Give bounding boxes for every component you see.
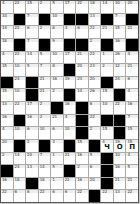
cell-number: 22 [65,178,70,182]
cell-number: 16 [65,102,70,106]
cell-r7c2[interactable]: 24 [14,77,26,89]
cell-number: 17 [65,1,70,5]
cell-number: 15 [2,89,7,93]
cell-r14c7[interactable]: 2 [76,165,88,177]
cell-r5c5[interactable]: 10 [51,52,63,64]
solved-letter: П [126,143,138,152]
cell-r11c8[interactable]: 2 [89,127,101,139]
cell-number: 10 [115,1,120,5]
cell-r3c1[interactable]: 14 [1,26,13,38]
cell-number: 6 [15,190,17,194]
cell-r6c11[interactable]: 21 [126,64,138,76]
cell-r1c5[interactable]: 5 [51,1,63,13]
solved-letter: О [114,143,126,152]
cell-r3c3[interactable]: 6 [26,26,38,38]
cell-r6c10[interactable]: 12 [114,64,126,76]
cell-r8c9[interactable]: 15 [101,89,113,101]
cell-r6c3[interactable]: 5 [26,64,38,76]
cell-number: 16 [115,39,120,43]
cell-r7c3 [26,77,38,89]
cell-r16c2[interactable]: 6 [14,190,26,202]
cell-number: 4 [2,1,4,5]
cell-r2c1[interactable]: 33 [1,14,13,26]
cell-number: 10 [15,89,20,93]
cell-r6c4[interactable]: 7 [39,64,51,76]
cell-r16c7[interactable]: 22 [76,190,88,202]
cell-r3c8[interactable]: 22 [89,26,101,38]
cell-r2c8[interactable]: 13 [89,14,101,26]
cell-number: 20 [127,1,132,5]
cell-r4c9 [101,39,113,51]
cell-r14c8[interactable]: 6 [89,165,101,177]
cell-number: 21 [127,178,132,182]
cell-number: 2 [40,102,42,106]
cell-number: 7 [27,39,29,43]
cell-number: 6 [27,26,29,30]
cell-number: 2 [77,165,79,169]
cell-r6c6 [64,64,76,76]
cell-number: 10 [40,127,45,131]
cell-number: 10 [52,14,57,18]
cell-r9c1[interactable]: 13 [1,102,13,114]
cell-number: 4 [65,115,67,119]
cell-r7c8[interactable]: 20 [89,77,101,89]
cell-number: 21 [77,52,82,56]
cell-r11c4[interactable]: 10 [39,127,51,139]
cell-r1c4[interactable]: 2 [39,1,51,13]
cell-r2c9 [101,14,113,26]
cell-r14c11[interactable]: 5 [126,165,138,177]
cell-number: 7 [27,14,29,18]
cell-number: 6 [77,26,79,30]
cell-r4c4 [39,39,51,51]
cell-r10c2 [14,115,26,127]
cell-number: 18 [40,178,45,182]
cell-r15c7[interactable]: 16 [76,178,88,190]
cell-number: 2 [102,64,104,68]
cell-number: 5 [40,52,42,56]
cell-r4c7 [76,39,88,51]
cell-r16c5[interactable]: 6 [51,190,63,202]
cell-r12c2 [14,140,26,152]
cell-r10c10 [114,115,126,127]
cell-r14c3[interactable]: 13 [26,165,38,177]
codeword-grid: 4221525172218141020337101371422626362221… [0,0,139,203]
cell-number: 2 [40,115,42,119]
cell-number: 15 [127,127,132,131]
cell-r2c2 [14,14,26,26]
cell-number: 19 [65,77,70,81]
cell-r15c4[interactable]: 18 [39,178,51,190]
cell-r7c6[interactable]: 19 [64,77,76,89]
cell-r3c6[interactable]: 3 [64,26,76,38]
cell-r13c7[interactable]: 16 [76,153,88,165]
cell-number: 3 [52,140,54,144]
cell-r16c6[interactable]: 6 [64,190,76,202]
cell-r5c9[interactable]: 1 [101,52,113,64]
cell-r4c10[interactable]: 16 [114,39,126,51]
cell-number: 6 [65,190,67,194]
cell-r5c8[interactable]: 22 [89,52,101,64]
cell-r9c10[interactable]: 22 [114,102,126,114]
cell-r15c11[interactable]: 21 [126,178,138,190]
cell-number: 6 [27,127,29,131]
cell-r11c3[interactable]: 6 [26,127,38,139]
cell-r4c1[interactable]: 18 [1,39,13,51]
cell-number: 2 [2,153,4,157]
cell-number: 3 [65,26,67,30]
cell-r10c3[interactable]: 16 [26,115,38,127]
cell-r16c3[interactable]: 6 [26,190,38,202]
cell-r13c1[interactable]: 2 [1,153,13,165]
cell-number: 16 [115,165,120,169]
cell-number: 22 [90,26,95,30]
cell-number: 21 [102,26,107,30]
cell-number: 13 [27,165,32,169]
cell-r13c2[interactable]: 14 [14,153,26,165]
cell-r3c2[interactable]: 22 [14,26,26,38]
cell-r4c2 [14,39,26,51]
cell-r12c5[interactable]: 3 [51,140,63,152]
solved-letter: Ч [101,143,113,152]
cell-number: 10 [115,153,120,157]
cell-number: 5 [90,153,92,157]
cell-r6c2[interactable]: 10 [14,64,26,76]
cell-r1c6[interactable]: 17 [64,1,76,13]
cell-number: 1 [52,178,54,182]
cell-number: 14 [77,89,82,93]
cell-r15c10[interactable]: 21 [114,178,126,190]
cell-r2c10[interactable]: 7 [114,14,126,26]
cell-r10c6[interactable]: 4 [64,115,76,127]
cell-number: 20 [77,64,82,68]
cell-number: 22 [90,115,95,119]
cell-number: 22 [15,26,20,30]
cell-r5c7[interactable]: 21 [76,52,88,64]
cell-number: 4 [2,127,4,131]
cell-r8c7[interactable]: 14 [76,89,88,101]
cell-number: 4 [127,153,129,157]
cell-number: 21 [40,89,45,93]
cell-r2c3[interactable]: 7 [26,14,38,26]
cell-r5c11[interactable]: 4 [126,52,138,64]
cell-number: 20 [2,140,7,144]
cell-r14c6 [64,165,76,177]
cell-r13c6[interactable]: 21 [64,153,76,165]
cell-number: 14 [102,1,107,5]
cell-r8c2[interactable]: 10 [14,89,26,101]
cell-number: 21 [127,26,132,30]
cell-r3c4[interactable]: 2 [39,26,51,38]
cell-r10c8[interactable]: 22 [89,115,101,127]
cell-r11c9[interactable]: 15 [101,127,113,139]
cell-r7c5[interactable]: 16 [51,77,63,89]
cell-number: 6 [52,26,54,30]
cell-number: 6 [90,165,92,169]
cell-r1c11[interactable]: 20 [126,1,138,13]
cell-number: 5 [52,1,54,5]
cell-r3c9[interactable]: 21 [101,26,113,38]
cell-r16c1[interactable]: 22 [1,190,13,202]
cell-r11c6[interactable]: 10 [64,127,76,139]
cell-number: 20 [90,178,95,182]
cell-r12c9[interactable]: 4Ч [101,140,113,152]
cell-r11c2[interactable]: 10 [14,127,26,139]
cell-number: 24 [115,77,120,81]
cell-number: 2 [40,26,42,30]
cell-number: 1 [102,52,104,56]
cell-number: 22 [15,102,20,106]
cell-number: 6 [52,127,54,131]
cell-number: 22 [40,190,45,194]
cell-r5c2[interactable]: 22 [14,52,26,64]
cell-number: 10 [15,127,20,131]
cell-number: 22 [90,52,95,56]
cell-number: 2 [90,39,92,43]
cell-number: 2 [40,1,42,5]
cell-r8c6 [64,89,76,101]
cell-r5c10[interactable]: 26 [114,52,126,64]
cell-r11c7 [76,127,88,139]
cell-number: 4 [127,52,129,56]
cell-number: 13 [90,14,95,18]
cell-number: 23 [77,77,82,81]
cell-r11c5[interactable]: 6 [51,127,63,139]
cell-r1c10[interactable]: 10 [114,1,126,13]
cell-r8c1[interactable]: 15 [1,89,13,101]
cell-number: 22 [102,190,107,194]
cell-r7c1 [1,77,13,89]
cell-r2c6 [64,14,76,26]
cell-r1c8[interactable]: 18 [89,1,101,13]
cell-r9c9[interactable]: 10 [101,102,113,114]
cell-r9c11[interactable]: 16 [126,102,138,114]
cell-number: 20 [27,153,32,157]
cell-r5c6[interactable]: 17 [64,52,76,64]
cell-r4c6 [64,39,76,51]
cell-r1c2[interactable]: 22 [14,1,26,13]
cell-r6c1[interactable]: 15 [1,64,13,76]
cell-r5c3[interactable]: 14 [26,52,38,64]
cell-number: 2 [52,89,54,93]
cell-r6c8[interactable]: 23 [89,64,101,76]
cell-r12c11[interactable]: 15П [126,140,138,152]
cell-number: 21 [115,178,120,182]
cell-number: 6 [52,190,54,194]
cell-r16c10[interactable]: 13 [114,190,126,202]
cell-number: 14 [2,26,7,30]
cell-r10c4[interactable]: 2 [39,115,51,127]
cell-number: 22 [2,190,7,194]
cell-r16c8 [89,190,101,202]
cell-r11c10 [114,127,126,139]
cell-r14c5[interactable]: 5 [51,165,63,177]
cell-r12c1[interactable]: 20 [1,140,13,152]
cell-r13c9 [101,153,113,165]
cell-number: 15 [102,127,107,131]
cell-number: 2 [90,127,92,131]
cell-number: 21 [40,77,45,81]
cell-number: 15 [102,89,107,93]
cell-r9c8[interactable]: 6 [89,102,101,114]
cell-r12c10[interactable]: 19О [114,140,126,152]
cell-r11c1[interactable]: 4 [1,127,13,139]
cell-number: 10 [15,64,20,68]
cell-number: 7 [40,153,42,157]
cell-number: 6 [90,102,92,106]
cell-r12c3[interactable]: 2 [26,140,38,152]
cell-number: 10 [52,52,57,56]
cell-r7c7[interactable]: 23 [76,77,88,89]
cell-r5c4[interactable]: 5 [39,52,51,64]
cell-r15c8[interactable]: 20 [89,178,101,190]
cell-number: 26 [90,89,95,93]
cell-r6c9[interactable]: 2 [101,64,113,76]
cell-number: 16 [2,178,7,182]
cell-r6c7[interactable]: 20 [76,64,88,76]
cell-r14c9 [101,165,113,177]
cell-r9c6[interactable]: 16 [64,102,76,114]
cell-number: 24 [15,77,20,81]
cell-r14c4[interactable]: 14 [39,165,51,177]
cell-r10c1[interactable]: 16 [1,115,13,127]
cell-number: 16 [127,102,132,106]
cell-number: 15 [2,64,7,68]
cell-r12c4 [39,140,51,152]
cell-r14c2[interactable]: 24 [14,165,26,177]
cell-r3c11[interactable]: 21 [126,26,138,38]
cell-r5c1[interactable]: 4 [1,52,13,64]
cell-r4c8[interactable]: 2 [89,39,101,51]
cell-r9c3[interactable]: 17 [26,102,38,114]
cell-number: 12 [115,64,120,68]
cell-r15c3 [26,178,38,190]
cell-r16c9[interactable]: 22 [101,190,113,202]
cell-number: 21 [127,64,132,68]
cell-r9c2[interactable]: 22 [14,102,26,114]
cell-number: 22 [15,1,20,5]
cell-r10c5[interactable]: 21 [51,115,63,127]
cell-r11c11[interactable]: 15 [126,127,138,139]
cell-r9c7 [76,102,88,114]
cell-r4c11 [126,39,138,51]
cell-number: 18 [2,39,7,43]
cell-number: 13 [115,190,120,194]
cell-number: 13 [2,102,7,106]
cell-r15c5[interactable]: 1 [51,178,63,190]
cell-r3c5[interactable]: 6 [51,26,63,38]
cell-r8c3 [26,89,38,101]
cell-r13c3[interactable]: 20 [26,153,38,165]
cell-r14c10[interactable]: 16 [114,165,126,177]
cell-r7c4[interactable]: 21 [39,77,51,89]
cell-r13c10[interactable]: 10 [114,153,126,165]
cell-number: 14 [27,52,32,56]
cell-r1c3[interactable]: 15 [26,1,38,13]
cell-number: 6 [27,190,29,194]
cell-number: 16 [2,115,7,119]
cell-r3c7[interactable]: 6 [76,26,88,38]
cell-r15c9 [101,178,113,190]
cell-r4c3[interactable]: 7 [26,39,38,51]
cell-number: 20 [90,77,95,81]
cell-r9c4[interactable]: 2 [39,102,51,114]
cell-number: 14 [40,165,45,169]
cell-r10c9 [101,115,113,127]
cell-number: 18 [15,178,20,182]
cell-number: 16 [52,77,57,81]
cell-number: 22 [77,190,82,194]
cell-r12c6 [64,140,76,152]
cell-r9c5 [51,102,63,114]
cell-number: 9 [52,39,54,43]
cell-r14c1 [1,165,13,177]
cell-r13c11[interactable]: 4 [126,153,138,165]
cell-r15c2[interactable]: 18 [14,178,26,190]
cell-number: 8 [52,64,54,68]
cell-r15c6[interactable]: 22 [64,178,76,190]
cell-r8c11[interactable]: 4 [126,89,138,101]
cell-number: 16 [77,153,82,157]
cell-number: 22 [115,102,120,106]
codeword-puzzle: 4221525172218141020337101371422626362221… [0,0,140,204]
cell-r10c11[interactable]: 7 [126,115,138,127]
cell-number: 15 [27,1,32,5]
cell-r7c10[interactable]: 24 [114,77,126,89]
cell-number: 5 [27,64,29,68]
cell-r8c10 [114,89,126,101]
cell-number: 18 [90,1,95,5]
cell-number: 16 [27,115,32,119]
cell-number: 15 [77,140,82,144]
cell-r2c4 [39,14,51,26]
cell-number: 15 [115,26,120,30]
cell-r8c5[interactable]: 2 [51,89,63,101]
cell-r4c5[interactable]: 9 [51,39,63,51]
cell-r7c9 [101,77,113,89]
cell-number: 17 [65,52,70,56]
cell-r2c7 [76,14,88,26]
cell-number: 22 [77,1,82,5]
cell-number: 16 [77,178,82,182]
cell-r13c4[interactable]: 7 [39,153,51,165]
cell-r6c5[interactable]: 8 [51,64,63,76]
cell-number: 10 [102,102,107,106]
cell-number: 4 [2,52,4,56]
cell-r13c5[interactable]: 1 [51,153,63,165]
cell-r1c9[interactable]: 14 [101,1,113,13]
cell-number: 10 [65,127,70,131]
cell-r8c8[interactable]: 26 [89,89,101,101]
cell-r8c4[interactable]: 21 [39,89,51,101]
cell-r16c4[interactable]: 22 [39,190,51,202]
cell-number: 1 [52,153,54,157]
cell-r16c11[interactable]: 22 [126,190,138,202]
cell-r2c5[interactable]: 10 [51,14,63,26]
cell-r15c1[interactable]: 16 [1,178,13,190]
cell-r3c10[interactable]: 15 [114,26,126,38]
cell-r1c7[interactable]: 22 [76,1,88,13]
cell-number: 24 [15,165,20,169]
cell-r13c8[interactable]: 5 [89,153,101,165]
cell-r7c11[interactable]: 6 [126,77,138,89]
cell-number: 5 [127,165,129,169]
cell-r12c7[interactable]: 15 [76,140,88,152]
cell-r1c1[interactable]: 4 [1,1,13,13]
cell-number: 23 [90,64,95,68]
cell-r10c7 [76,115,88,127]
cell-number: 26 [115,52,120,56]
